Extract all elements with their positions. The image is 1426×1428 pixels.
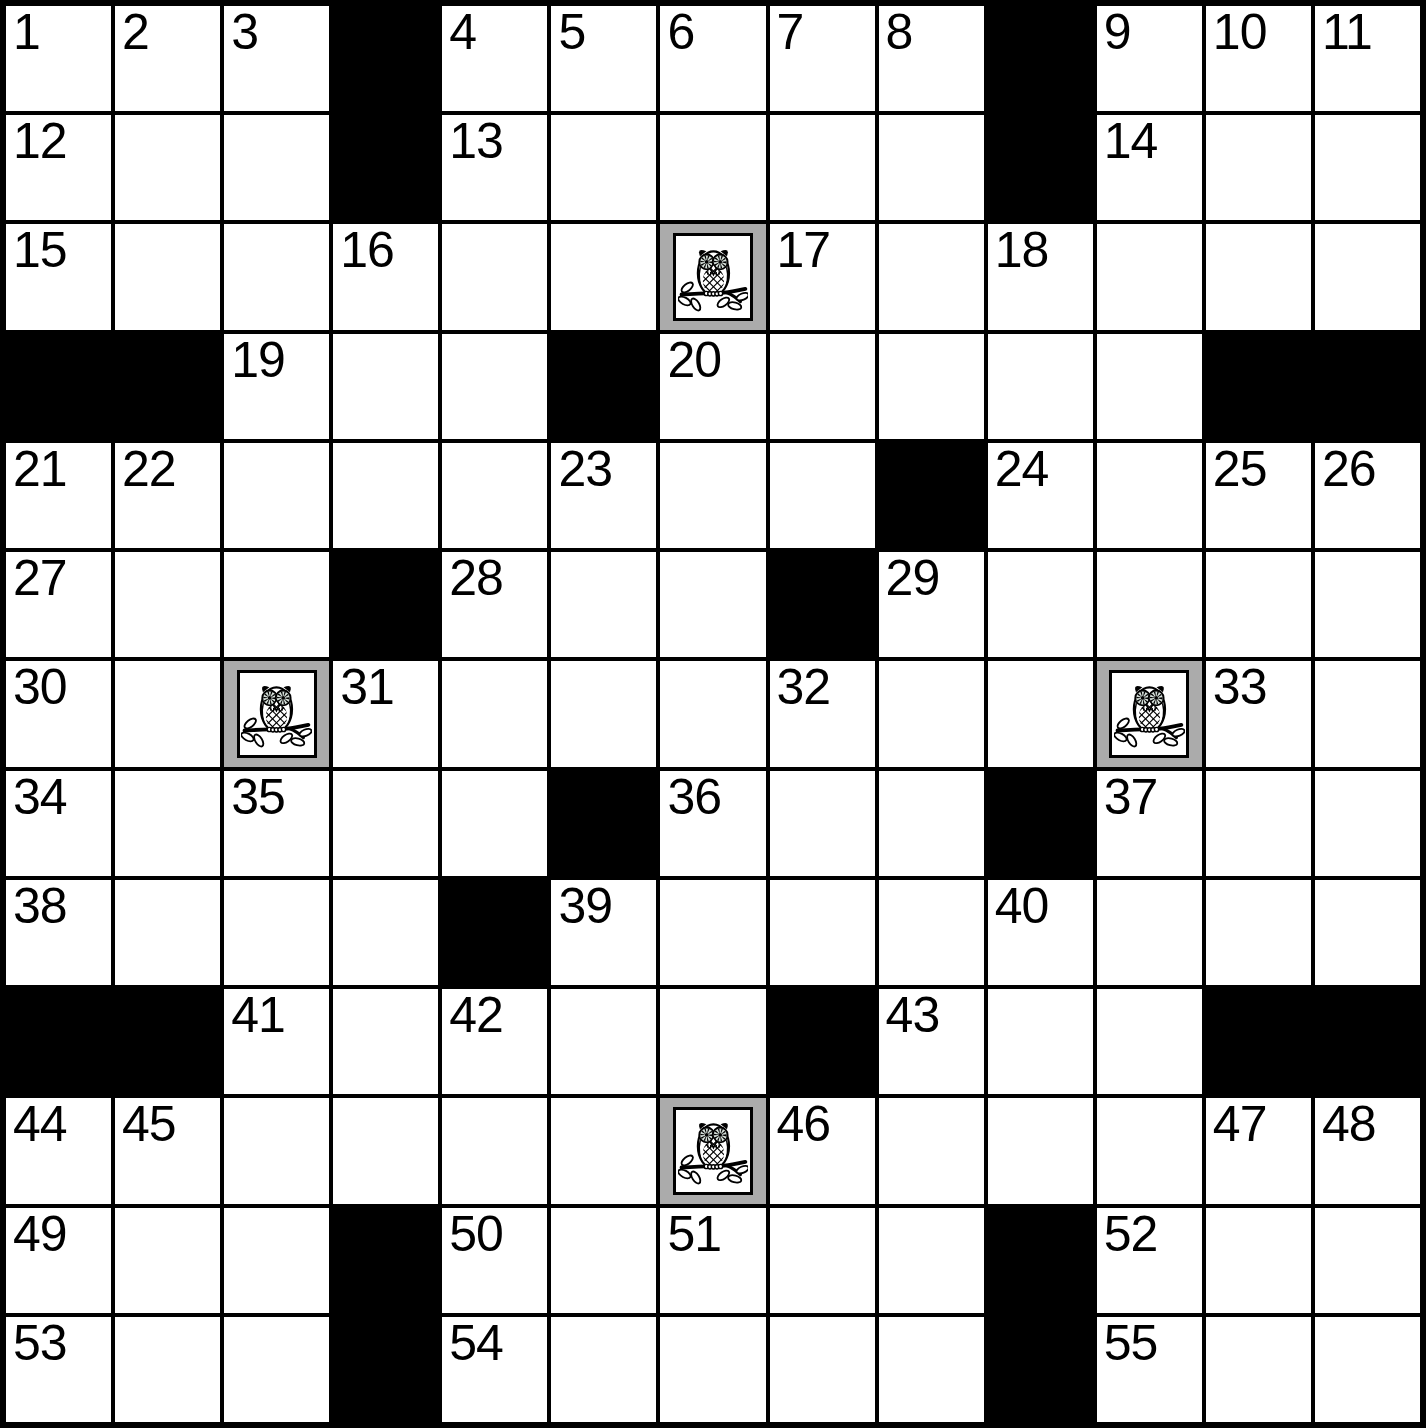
letter-cell-r9c6[interactable]: 39 bbox=[551, 880, 656, 985]
letter-cell-r4c10[interactable] bbox=[988, 334, 1093, 439]
letter-cell-r9c10[interactable]: 40 bbox=[988, 880, 1093, 985]
letter-cell-r6c12[interactable] bbox=[1206, 552, 1311, 657]
owl-picture-frame bbox=[1109, 670, 1189, 758]
letter-cell-r2c11[interactable]: 14 bbox=[1097, 115, 1202, 220]
letter-cell-r8c8[interactable] bbox=[770, 771, 875, 876]
clue-number-33: 33 bbox=[1213, 661, 1267, 714]
letter-cell-r5c3[interactable] bbox=[224, 443, 329, 548]
letter-cell-r4c8[interactable] bbox=[770, 334, 875, 439]
letter-cell-r11c12[interactable]: 47 bbox=[1206, 1098, 1311, 1203]
owl-icon bbox=[1114, 674, 1185, 753]
letter-cell-r3c9[interactable] bbox=[879, 224, 984, 329]
letter-cell-r8c3[interactable]: 35 bbox=[224, 771, 329, 876]
letter-cell-r4c9[interactable] bbox=[879, 334, 984, 439]
clue-number-2: 2 bbox=[122, 6, 149, 59]
letter-cell-r12c6[interactable] bbox=[551, 1208, 656, 1313]
letter-cell-r12c11[interactable]: 52 bbox=[1097, 1208, 1202, 1313]
black-cell-r6c8 bbox=[770, 552, 875, 657]
letter-cell-r9c2[interactable] bbox=[115, 880, 220, 985]
letter-cell-r11c3[interactable] bbox=[224, 1098, 329, 1203]
letter-cell-r12c7[interactable]: 51 bbox=[660, 1208, 765, 1313]
letter-cell-r10c6[interactable] bbox=[551, 989, 656, 1094]
black-cell-r4c6 bbox=[551, 334, 656, 439]
letter-cell-r7c6[interactable] bbox=[551, 661, 656, 766]
letter-cell-r2c9[interactable] bbox=[879, 115, 984, 220]
letter-cell-r2c6[interactable] bbox=[551, 115, 656, 220]
clue-number-55: 55 bbox=[1104, 1317, 1158, 1370]
letter-cell-r11c6[interactable] bbox=[551, 1098, 656, 1203]
clue-number-31: 31 bbox=[340, 661, 394, 714]
letter-cell-r10c10[interactable] bbox=[988, 989, 1093, 1094]
letter-cell-r6c5[interactable]: 28 bbox=[442, 552, 547, 657]
clue-number-12: 12 bbox=[13, 115, 67, 168]
letter-cell-r4c7[interactable]: 20 bbox=[660, 334, 765, 439]
letter-cell-r9c7[interactable] bbox=[660, 880, 765, 985]
clue-number-34: 34 bbox=[13, 771, 67, 824]
clue-number-32: 32 bbox=[777, 661, 831, 714]
letter-cell-r11c13[interactable]: 48 bbox=[1315, 1098, 1420, 1203]
letter-cell-r7c12[interactable]: 33 bbox=[1206, 661, 1311, 766]
clue-number-25: 25 bbox=[1213, 443, 1267, 496]
letter-cell-r5c2[interactable]: 22 bbox=[115, 443, 220, 548]
letter-cell-r1c9[interactable]: 8 bbox=[879, 6, 984, 111]
letter-cell-r1c11[interactable]: 9 bbox=[1097, 6, 1202, 111]
letter-cell-r11c11[interactable] bbox=[1097, 1098, 1202, 1203]
black-cell-r4c1 bbox=[6, 334, 111, 439]
letter-cell-r7c4[interactable]: 31 bbox=[333, 661, 438, 766]
letter-cell-r6c11[interactable] bbox=[1097, 552, 1202, 657]
clue-number-45: 45 bbox=[122, 1098, 176, 1151]
clue-number-8: 8 bbox=[886, 6, 913, 59]
black-cell-r4c2 bbox=[115, 334, 220, 439]
letter-cell-r13c5[interactable]: 54 bbox=[442, 1317, 547, 1422]
clue-number-29: 29 bbox=[886, 552, 940, 605]
clue-number-24: 24 bbox=[995, 443, 1049, 496]
clue-number-4: 4 bbox=[449, 6, 476, 59]
letter-cell-r9c3[interactable] bbox=[224, 880, 329, 985]
letter-cell-r2c2[interactable] bbox=[115, 115, 220, 220]
letter-cell-r2c5[interactable]: 13 bbox=[442, 115, 547, 220]
letter-cell-r2c8[interactable] bbox=[770, 115, 875, 220]
letter-cell-r3c8[interactable]: 17 bbox=[770, 224, 875, 329]
letter-cell-r3c1[interactable]: 15 bbox=[6, 224, 111, 329]
letter-cell-r11c5[interactable] bbox=[442, 1098, 547, 1203]
black-cell-r2c10 bbox=[988, 115, 1093, 220]
black-cell-r1c10 bbox=[988, 6, 1093, 111]
letter-cell-r1c8[interactable]: 7 bbox=[770, 6, 875, 111]
letter-cell-r2c12[interactable] bbox=[1206, 115, 1311, 220]
clue-number-14: 14 bbox=[1104, 115, 1158, 168]
letter-cell-r8c1[interactable]: 34 bbox=[6, 771, 111, 876]
letter-cell-r13c3[interactable] bbox=[224, 1317, 329, 1422]
letter-cell-r9c1[interactable]: 38 bbox=[6, 880, 111, 985]
letter-cell-r8c4[interactable] bbox=[333, 771, 438, 876]
letter-cell-r9c8[interactable] bbox=[770, 880, 875, 985]
black-cell-r4c12 bbox=[1206, 334, 1311, 439]
clue-number-40: 40 bbox=[995, 880, 1049, 933]
black-cell-r10c2 bbox=[115, 989, 220, 1094]
letter-cell-r11c4[interactable] bbox=[333, 1098, 438, 1203]
letter-cell-r11c2[interactable]: 45 bbox=[115, 1098, 220, 1203]
owl-cell-r3c7 bbox=[660, 224, 765, 329]
owl-picture-frame bbox=[673, 1107, 753, 1195]
clue-number-9: 9 bbox=[1104, 6, 1131, 59]
letter-cell-r4c5[interactable] bbox=[442, 334, 547, 439]
letter-cell-r1c12[interactable]: 10 bbox=[1206, 6, 1311, 111]
letter-cell-r10c7[interactable] bbox=[660, 989, 765, 1094]
black-cell-r6c4 bbox=[333, 552, 438, 657]
black-cell-r10c13 bbox=[1315, 989, 1420, 1094]
owl-cell-r11c7 bbox=[660, 1098, 765, 1203]
clue-number-20: 20 bbox=[667, 334, 721, 387]
letter-cell-r6c7[interactable] bbox=[660, 552, 765, 657]
letter-cell-r7c2[interactable] bbox=[115, 661, 220, 766]
letter-cell-r9c13[interactable] bbox=[1315, 880, 1420, 985]
clue-number-47: 47 bbox=[1213, 1098, 1267, 1151]
clue-number-49: 49 bbox=[13, 1208, 67, 1261]
letter-cell-r1c1[interactable]: 1 bbox=[6, 6, 111, 111]
black-cell-r4c13 bbox=[1315, 334, 1420, 439]
clue-number-42: 42 bbox=[449, 989, 503, 1042]
letter-cell-r5c13[interactable]: 26 bbox=[1315, 443, 1420, 548]
letter-cell-r1c5[interactable]: 4 bbox=[442, 6, 547, 111]
letter-cell-r6c6[interactable] bbox=[551, 552, 656, 657]
black-cell-r8c10 bbox=[988, 771, 1093, 876]
letter-cell-r5c10[interactable]: 24 bbox=[988, 443, 1093, 548]
letter-cell-r6c9[interactable]: 29 bbox=[879, 552, 984, 657]
letter-cell-r3c13[interactable] bbox=[1315, 224, 1420, 329]
letter-cell-r7c1[interactable]: 30 bbox=[6, 661, 111, 766]
clue-number-39: 39 bbox=[558, 880, 612, 933]
clue-number-53: 53 bbox=[13, 1317, 67, 1370]
letter-cell-r12c3[interactable] bbox=[224, 1208, 329, 1313]
letter-cell-r8c7[interactable]: 36 bbox=[660, 771, 765, 876]
letter-cell-r13c1[interactable]: 53 bbox=[6, 1317, 111, 1422]
letter-cell-r7c13[interactable] bbox=[1315, 661, 1420, 766]
owl-icon bbox=[678, 1111, 749, 1190]
letter-cell-r13c12[interactable] bbox=[1206, 1317, 1311, 1422]
letter-cell-r8c9[interactable] bbox=[879, 771, 984, 876]
owl-icon bbox=[678, 238, 749, 317]
letter-cell-r7c7[interactable] bbox=[660, 661, 765, 766]
clue-number-52: 52 bbox=[1104, 1208, 1158, 1261]
letter-cell-r13c13[interactable] bbox=[1315, 1317, 1420, 1422]
letter-cell-r3c3[interactable] bbox=[224, 224, 329, 329]
clue-number-5: 5 bbox=[558, 6, 585, 59]
letter-cell-r6c13[interactable] bbox=[1315, 552, 1420, 657]
letter-cell-r2c3[interactable] bbox=[224, 115, 329, 220]
black-cell-r1c4 bbox=[333, 6, 438, 111]
letter-cell-r3c10[interactable]: 18 bbox=[988, 224, 1093, 329]
letter-cell-r5c12[interactable]: 25 bbox=[1206, 443, 1311, 548]
black-cell-r8c6 bbox=[551, 771, 656, 876]
letter-cell-r2c1[interactable]: 12 bbox=[6, 115, 111, 220]
clue-number-44: 44 bbox=[13, 1098, 67, 1151]
letter-cell-r3c12[interactable] bbox=[1206, 224, 1311, 329]
clue-number-10: 10 bbox=[1213, 6, 1267, 59]
letter-cell-r7c5[interactable] bbox=[442, 661, 547, 766]
black-cell-r10c1 bbox=[6, 989, 111, 1094]
letter-cell-r9c12[interactable] bbox=[1206, 880, 1311, 985]
clue-number-18: 18 bbox=[995, 224, 1049, 277]
letter-cell-r11c9[interactable] bbox=[879, 1098, 984, 1203]
letter-cell-r4c3[interactable]: 19 bbox=[224, 334, 329, 439]
letter-cell-r10c11[interactable] bbox=[1097, 989, 1202, 1094]
clue-number-17: 17 bbox=[777, 224, 831, 277]
letter-cell-r6c2[interactable] bbox=[115, 552, 220, 657]
letter-cell-r3c2[interactable] bbox=[115, 224, 220, 329]
letter-cell-r12c13[interactable] bbox=[1315, 1208, 1420, 1313]
letter-cell-r10c3[interactable]: 41 bbox=[224, 989, 329, 1094]
owl-picture-frame bbox=[237, 670, 317, 758]
clue-number-7: 7 bbox=[777, 6, 804, 59]
letter-cell-r5c5[interactable] bbox=[442, 443, 547, 548]
letter-cell-r10c5[interactable]: 42 bbox=[442, 989, 547, 1094]
letter-cell-r3c11[interactable] bbox=[1097, 224, 1202, 329]
letter-cell-r3c6[interactable] bbox=[551, 224, 656, 329]
owl-cell-r7c11 bbox=[1097, 661, 1202, 766]
clue-number-30: 30 bbox=[13, 661, 67, 714]
letter-cell-r11c1[interactable]: 44 bbox=[6, 1098, 111, 1203]
letter-cell-r6c1[interactable]: 27 bbox=[6, 552, 111, 657]
black-cell-r10c12 bbox=[1206, 989, 1311, 1094]
owl-icon bbox=[241, 674, 312, 753]
letter-cell-r6c10[interactable] bbox=[988, 552, 1093, 657]
letter-cell-r8c13[interactable] bbox=[1315, 771, 1420, 876]
clue-number-28: 28 bbox=[449, 552, 503, 605]
letter-cell-r1c3[interactable]: 3 bbox=[224, 6, 329, 111]
clue-number-38: 38 bbox=[13, 880, 67, 933]
letter-cell-r10c9[interactable]: 43 bbox=[879, 989, 984, 1094]
black-cell-r13c4 bbox=[333, 1317, 438, 1422]
letter-cell-r9c4[interactable] bbox=[333, 880, 438, 985]
letter-cell-r2c7[interactable] bbox=[660, 115, 765, 220]
clue-number-41: 41 bbox=[231, 989, 285, 1042]
clue-number-50: 50 bbox=[449, 1208, 503, 1261]
clue-number-19: 19 bbox=[231, 334, 285, 387]
letter-cell-r5c7[interactable] bbox=[660, 443, 765, 548]
clue-number-22: 22 bbox=[122, 443, 176, 496]
letter-cell-r3c4[interactable]: 16 bbox=[333, 224, 438, 329]
letter-cell-r11c10[interactable] bbox=[988, 1098, 1093, 1203]
black-cell-r12c10 bbox=[988, 1208, 1093, 1313]
letter-cell-r13c11[interactable]: 55 bbox=[1097, 1317, 1202, 1422]
clue-number-48: 48 bbox=[1322, 1098, 1376, 1151]
letter-cell-r13c2[interactable] bbox=[115, 1317, 220, 1422]
letter-cell-r4c4[interactable] bbox=[333, 334, 438, 439]
clue-number-23: 23 bbox=[558, 443, 612, 496]
clue-number-46: 46 bbox=[777, 1098, 831, 1151]
letter-cell-r13c6[interactable] bbox=[551, 1317, 656, 1422]
letter-cell-r8c11[interactable]: 37 bbox=[1097, 771, 1202, 876]
clue-number-3: 3 bbox=[231, 6, 258, 59]
letter-cell-r13c7[interactable] bbox=[660, 1317, 765, 1422]
clue-number-11: 11 bbox=[1322, 6, 1372, 59]
letter-cell-r8c2[interactable] bbox=[115, 771, 220, 876]
letter-cell-r12c2[interactable] bbox=[115, 1208, 220, 1313]
clue-number-21: 21 bbox=[13, 443, 67, 496]
black-cell-r9c5 bbox=[442, 880, 547, 985]
clue-number-27: 27 bbox=[13, 552, 67, 605]
black-cell-r10c8 bbox=[770, 989, 875, 1094]
letter-cell-r8c5[interactable] bbox=[442, 771, 547, 876]
letter-cell-r1c13[interactable]: 11 bbox=[1315, 6, 1420, 111]
clue-number-37: 37 bbox=[1104, 771, 1158, 824]
black-cell-r5c9 bbox=[879, 443, 984, 548]
owl-cell-r7c3 bbox=[224, 661, 329, 766]
letter-cell-r5c1[interactable]: 21 bbox=[6, 443, 111, 548]
letter-cell-r1c7[interactable]: 6 bbox=[660, 6, 765, 111]
letter-cell-r12c1[interactable]: 49 bbox=[6, 1208, 111, 1313]
letter-cell-r7c9[interactable] bbox=[879, 661, 984, 766]
clue-number-36: 36 bbox=[667, 771, 721, 824]
letter-cell-r11c8[interactable]: 46 bbox=[770, 1098, 875, 1203]
letter-cell-r1c6[interactable]: 5 bbox=[551, 6, 656, 111]
owl-picture-frame bbox=[673, 233, 753, 321]
letter-cell-r12c8[interactable] bbox=[770, 1208, 875, 1313]
clue-number-16: 16 bbox=[340, 224, 394, 277]
clue-number-35: 35 bbox=[231, 771, 285, 824]
letter-cell-r10c4[interactable] bbox=[333, 989, 438, 1094]
clue-number-13: 13 bbox=[449, 115, 503, 168]
clue-number-26: 26 bbox=[1322, 443, 1376, 496]
black-cell-r13c10 bbox=[988, 1317, 1093, 1422]
black-cell-r12c4 bbox=[333, 1208, 438, 1313]
crossword-board: 12345678910111213141516 bbox=[0, 0, 1426, 1428]
letter-cell-r12c12[interactable] bbox=[1206, 1208, 1311, 1313]
letter-cell-r7c10[interactable] bbox=[988, 661, 1093, 766]
clue-number-15: 15 bbox=[13, 224, 67, 277]
letter-cell-r4c11[interactable] bbox=[1097, 334, 1202, 439]
letter-cell-r12c5[interactable]: 50 bbox=[442, 1208, 547, 1313]
letter-cell-r5c4[interactable] bbox=[333, 443, 438, 548]
letter-cell-r8c12[interactable] bbox=[1206, 771, 1311, 876]
letter-cell-r5c11[interactable] bbox=[1097, 443, 1202, 548]
letter-cell-r13c8[interactable] bbox=[770, 1317, 875, 1422]
letter-cell-r7c8[interactable]: 32 bbox=[770, 661, 875, 766]
letter-cell-r1c2[interactable]: 2 bbox=[115, 6, 220, 111]
black-cell-r2c4 bbox=[333, 115, 438, 220]
clue-number-51: 51 bbox=[667, 1208, 721, 1261]
letter-cell-r6c3[interactable] bbox=[224, 552, 329, 657]
clue-number-1: 1 bbox=[13, 6, 40, 59]
letter-cell-r3c5[interactable] bbox=[442, 224, 547, 329]
clue-number-54: 54 bbox=[449, 1317, 503, 1370]
clue-number-6: 6 bbox=[667, 6, 694, 59]
letter-cell-r9c9[interactable] bbox=[879, 880, 984, 985]
letter-cell-r13c9[interactable] bbox=[879, 1317, 984, 1422]
letter-cell-r9c11[interactable] bbox=[1097, 880, 1202, 985]
letter-cell-r2c13[interactable] bbox=[1315, 115, 1420, 220]
letter-cell-r5c6[interactable]: 23 bbox=[551, 443, 656, 548]
letter-cell-r5c8[interactable] bbox=[770, 443, 875, 548]
letter-cell-r12c9[interactable] bbox=[879, 1208, 984, 1313]
clue-number-43: 43 bbox=[886, 989, 940, 1042]
